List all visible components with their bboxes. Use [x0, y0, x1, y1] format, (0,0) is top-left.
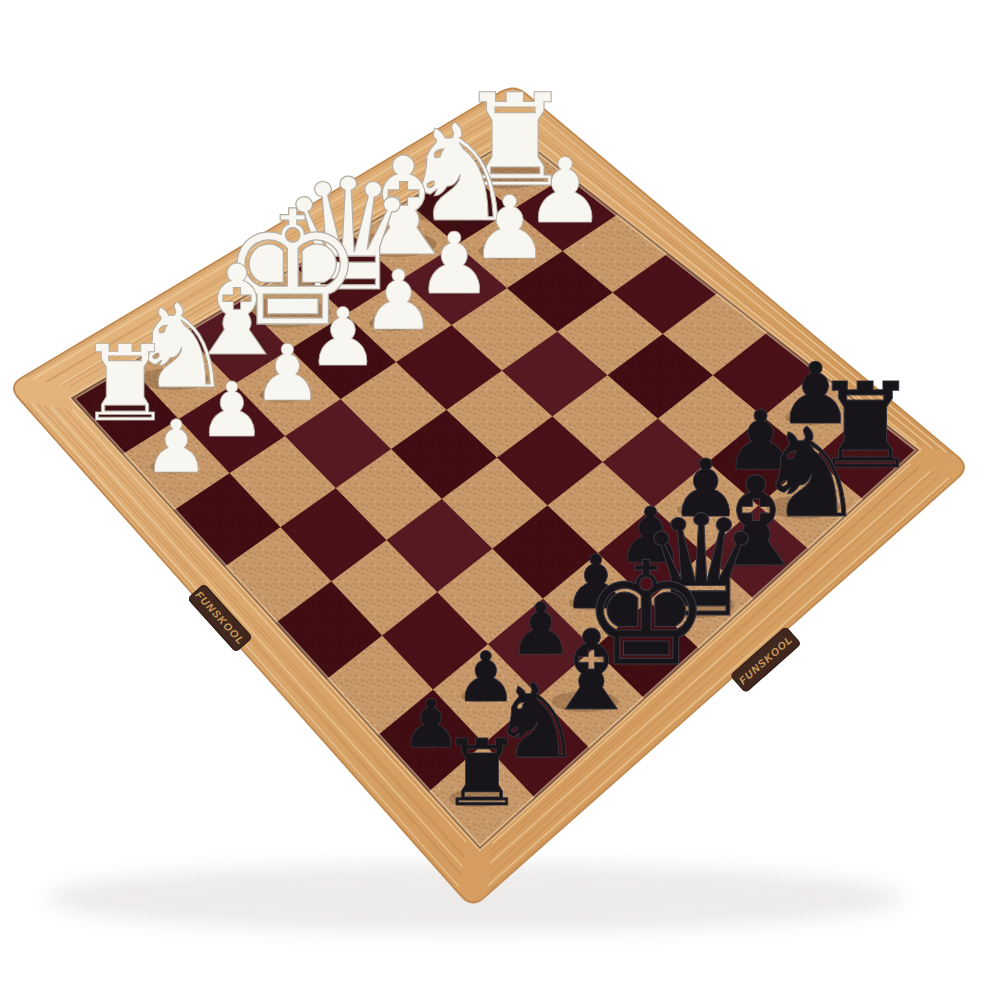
chess-set-photo: FUNSKOOL FUNSKOOL ♜♟♞♟♝♟♛♟♚♟♝♟♟♞♜♟♟♜♞♟♟♝… — [0, 0, 1000, 1000]
piece-black-rook-h8[interactable]: ♜ — [441, 719, 524, 827]
board-photo-svg: FUNSKOOL FUNSKOOL ♜♟♞♟♝♟♛♟♚♟♝♟♟♞♜♟♟♜♞♟♟♝… — [0, 0, 1000, 1000]
piece-white-pawn-h2[interactable]: ♟ — [144, 404, 210, 489]
